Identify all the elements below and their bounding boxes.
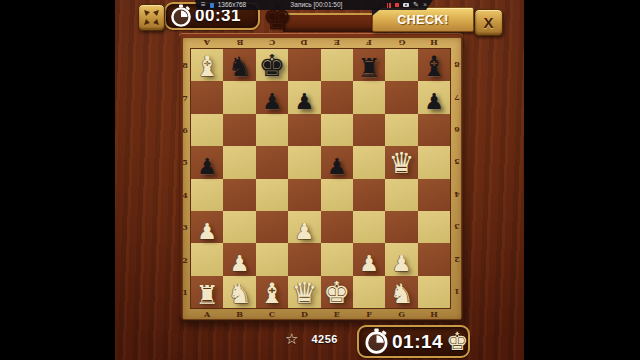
square-f7[interactable] — [353, 81, 385, 113]
rank-label-right-3: 3 — [451, 222, 463, 232]
white-clock-time: 01:14 — [392, 331, 443, 353]
square-b7[interactable] — [223, 81, 255, 113]
rank-label-left-3: 3 — [179, 222, 191, 232]
piece-white-P-f2[interactable]: ♟ — [353, 243, 385, 275]
star-icon: ☆ — [285, 330, 298, 347]
stopwatch-icon — [364, 328, 389, 355]
file-label-bottom-d: D — [298, 309, 310, 319]
rating-value: 4256 — [311, 333, 337, 345]
square-e8[interactable] — [321, 49, 353, 81]
check-banner-label: CHECK! — [397, 13, 449, 27]
piece-white-P-d3[interactable]: ♟ — [288, 211, 320, 243]
rank-label-left-4: 4 — [179, 190, 191, 200]
square-c5[interactable] — [256, 146, 288, 178]
square-h3[interactable] — [418, 211, 450, 243]
file-label-top-f: F — [363, 38, 375, 48]
square-a4[interactable] — [191, 179, 223, 211]
square-h5[interactable] — [418, 146, 450, 178]
resize-arrows-icon — [143, 9, 160, 26]
square-c4[interactable] — [256, 179, 288, 211]
file-label-bottom-g: G — [396, 309, 408, 319]
rank-label-right-6: 6 — [451, 125, 463, 135]
piece-white-P-g2[interactable]: ♟ — [385, 243, 417, 275]
square-a6[interactable] — [191, 114, 223, 146]
square-d2[interactable] — [288, 243, 320, 275]
square-h2[interactable] — [418, 243, 450, 275]
white-clock-panel: 01:14 ♚ — [357, 325, 470, 358]
pause-icon[interactable] — [387, 3, 391, 8]
square-f6[interactable] — [353, 114, 385, 146]
check-banner: CHECK! — [372, 7, 474, 32]
piece-black-K-c8[interactable]: ♚ — [256, 49, 288, 81]
file-label-bottom-b: B — [234, 309, 246, 319]
recorder-resolution: 1366x768 — [218, 0, 247, 10]
square-e4[interactable] — [321, 179, 353, 211]
piece-black-P-c7[interactable]: ♟ — [256, 81, 288, 113]
white-player-king-icon: ♚ — [446, 329, 468, 354]
piece-white-P-a3[interactable]: ♟ — [191, 211, 223, 243]
square-c6[interactable] — [256, 114, 288, 146]
file-label-bottom-e: E — [331, 309, 343, 319]
square-g4[interactable] — [385, 179, 417, 211]
rank-label-left-1: 1 — [179, 287, 191, 297]
rank-label-left-5: 5 — [179, 157, 191, 167]
square-g8[interactable] — [385, 49, 417, 81]
piece-black-P-d7[interactable]: ♟ — [288, 81, 320, 113]
screen-recorder-bar: ≡ 1366x768 Запись [00:01:50] ✎ × — [195, 0, 433, 10]
piece-black-R-f8[interactable]: ♜ — [353, 49, 385, 81]
piece-white-N-b1[interactable]: ♞ — [223, 276, 255, 308]
file-label-top-g: G — [396, 38, 408, 48]
square-f5[interactable] — [353, 146, 385, 178]
square-f4[interactable] — [353, 179, 385, 211]
rank-label-right-7: 7 — [451, 93, 463, 103]
recorder-close-icon[interactable]: × — [423, 0, 427, 10]
file-label-bottom-c: C — [266, 309, 278, 319]
rank-label-right-1: 1 — [451, 287, 463, 297]
file-label-top-h: H — [428, 38, 440, 48]
square-h6[interactable] — [418, 114, 450, 146]
file-label-bottom-h: H — [428, 309, 440, 319]
piece-white-Q-d1[interactable]: ♛ — [288, 276, 320, 308]
recorder-app-icon — [210, 3, 214, 8]
rank-label-right-8: 8 — [451, 60, 463, 70]
square-e7[interactable] — [321, 81, 353, 113]
piece-white-P-b2[interactable]: ♟ — [223, 243, 255, 275]
game-stage: AABBCCDDEEFFGGHH8877665544332211 ♝♞♚♜♝♟♟… — [115, 0, 524, 360]
file-label-top-d: D — [298, 38, 310, 48]
piece-white-Q-g5[interactable]: ♛ — [385, 146, 417, 178]
square-c2[interactable] — [256, 243, 288, 275]
rank-label-left-2: 2 — [179, 255, 191, 265]
square-f3[interactable] — [353, 211, 385, 243]
piece-white-R-a1[interactable]: ♜ — [191, 276, 223, 308]
close-icon: X — [483, 14, 493, 31]
rank-label-right-2: 2 — [451, 255, 463, 265]
recording-time-label: Запись [00:01:50] — [290, 0, 342, 10]
square-b5[interactable] — [223, 146, 255, 178]
piece-black-N-b8[interactable]: ♞ — [223, 49, 255, 81]
file-label-top-b: B — [234, 38, 246, 48]
square-f1[interactable] — [353, 276, 385, 308]
piece-black-P-e5[interactable]: ♟ — [321, 146, 353, 178]
file-label-bottom-f: F — [363, 309, 375, 319]
piece-black-B-h8[interactable]: ♝ — [418, 49, 450, 81]
banner-ribbon-tail — [283, 13, 375, 32]
file-label-top-c: C — [266, 38, 278, 48]
square-d6[interactable] — [288, 114, 320, 146]
square-a2[interactable] — [191, 243, 223, 275]
stopwatch-icon — [170, 4, 192, 28]
square-d8[interactable] — [288, 49, 320, 81]
stop-icon[interactable] — [395, 3, 400, 8]
square-b6[interactable] — [223, 114, 255, 146]
rank-label-left-7: 7 — [179, 93, 191, 103]
square-d5[interactable] — [288, 146, 320, 178]
piece-white-K-e1[interactable]: ♚ — [321, 276, 353, 308]
piece-black-P-h7[interactable]: ♟ — [418, 81, 450, 113]
rating-block: ☆ 4256 — [285, 330, 338, 347]
square-h4[interactable] — [418, 179, 450, 211]
square-c3[interactable] — [256, 211, 288, 243]
square-g3[interactable] — [385, 211, 417, 243]
square-b3[interactable] — [223, 211, 255, 243]
close-button[interactable]: X — [474, 9, 503, 36]
square-a7[interactable] — [191, 81, 223, 113]
pencil-icon[interactable]: ✎ — [413, 0, 419, 10]
piece-white-B-a8[interactable]: ♝ — [191, 49, 223, 81]
file-label-top-a: A — [201, 38, 213, 48]
file-label-bottom-a: A — [201, 309, 213, 319]
rank-label-right-4: 4 — [451, 190, 463, 200]
rank-label-left-8: 8 — [179, 60, 191, 70]
file-label-top-e: E — [331, 38, 343, 48]
square-d4[interactable] — [288, 179, 320, 211]
rank-label-left-6: 6 — [179, 125, 191, 135]
piece-white-B-c1[interactable]: ♝ — [256, 276, 288, 308]
rank-label-right-5: 5 — [451, 157, 463, 167]
square-e3[interactable] — [321, 211, 353, 243]
fullscreen-button[interactable] — [138, 4, 165, 31]
camera-icon[interactable] — [403, 3, 409, 8]
piece-white-N-g1[interactable]: ♞ — [385, 276, 417, 308]
square-e6[interactable] — [321, 114, 353, 146]
square-b4[interactable] — [223, 179, 255, 211]
square-h1[interactable] — [418, 276, 450, 308]
square-g7[interactable] — [385, 81, 417, 113]
square-g6[interactable] — [385, 114, 417, 146]
menu-icon[interactable]: ≡ — [201, 0, 206, 10]
square-e2[interactable] — [321, 243, 353, 275]
piece-black-P-a5[interactable]: ♟ — [191, 146, 223, 178]
